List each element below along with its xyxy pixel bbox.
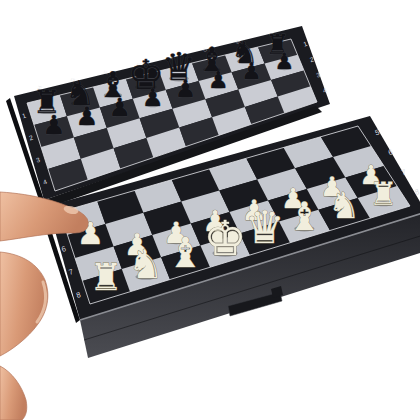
piece-white-bishop-c8[interactable]: ♝ [287, 194, 322, 239]
piece-black-pawn-d2[interactable]: ♟ [175, 75, 196, 103]
piece-white-bishop-f8[interactable]: ♝ [167, 228, 204, 277]
rank-label-right-3: 3 [315, 71, 321, 79]
chess-set-photo: 11223344HGFEDCBA55667788HGFEDCBA♜♞♟♝♛♟♚♟… [0, 0, 420, 420]
piece-white-queen-d8[interactable]: ♛ [245, 201, 285, 254]
piece-white-king-e8[interactable]: ♚ [203, 210, 246, 266]
piece-black-pawn-f2[interactable]: ♟ [109, 93, 131, 122]
piece-black-pawn-g2[interactable]: ♟ [75, 101, 98, 131]
hand-edge [0, 366, 27, 420]
piece-white-knight-g8[interactable]: ♞ [128, 241, 164, 287]
rank-label-right-2: 2 [309, 55, 315, 63]
piece-black-pawn-e2[interactable]: ♟ [142, 83, 164, 112]
piece-white-rook-a8[interactable]: ♜ [369, 175, 398, 213]
chess-board-svg: 11223344HGFEDCBA55667788HGFEDCBA♜♞♟♝♛♟♚♟… [0, 0, 420, 420]
piece-black-pawn-a2[interactable]: ♟ [274, 48, 294, 74]
piece-black-pawn-c2[interactable]: ♟ [208, 66, 229, 94]
piece-white-knight-b8[interactable]: ♞ [328, 185, 360, 226]
thumb [0, 252, 48, 356]
piece-white-rook-h8[interactable]: ♜ [89, 255, 122, 299]
piece-black-pawn-h2[interactable]: ♟ [42, 110, 65, 140]
piece-black-pawn-b2[interactable]: ♟ [241, 58, 262, 84]
rank-label-right-4: 4 [322, 86, 328, 94]
